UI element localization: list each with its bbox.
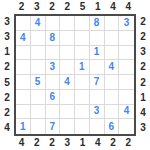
cell-r4c1[interactable] bbox=[16, 60, 31, 75]
cell-r5c5[interactable] bbox=[75, 75, 90, 90]
cell-r5c1[interactable] bbox=[16, 75, 31, 90]
cell-r3c2[interactable] bbox=[31, 46, 46, 61]
clue-right-row7: 4 bbox=[136, 106, 150, 121]
clue-top-col4: 2 bbox=[60, 0, 75, 14]
clue-bottom-col4: 3 bbox=[60, 136, 75, 150]
clue-bottom-col7: 2 bbox=[106, 136, 121, 150]
clue-left-row4: 2 bbox=[0, 60, 14, 75]
cell-r8c4[interactable] bbox=[60, 119, 75, 134]
cell-r1c7[interactable] bbox=[105, 16, 120, 31]
clue-bottom-col6: 4 bbox=[90, 136, 105, 150]
cell-r3c6[interactable]: 1 bbox=[90, 46, 105, 61]
cell-r7c2[interactable] bbox=[31, 105, 46, 120]
cell-r3c8[interactable] bbox=[119, 46, 134, 61]
cell-r8c5[interactable] bbox=[75, 119, 90, 134]
cell-r6c7[interactable] bbox=[105, 90, 120, 105]
cell-r2c2[interactable] bbox=[31, 31, 46, 46]
clue-left-row1: 3 bbox=[0, 14, 14, 29]
cell-r5c8[interactable] bbox=[119, 75, 134, 90]
clue-left-row5: 5 bbox=[0, 75, 14, 90]
cell-r4c4[interactable] bbox=[60, 60, 75, 75]
cell-r5c6[interactable]: 7 bbox=[90, 75, 105, 90]
clue-top-col6: 1 bbox=[90, 0, 105, 14]
clue-right-row4: 2 bbox=[136, 60, 150, 75]
cell-r5c7[interactable] bbox=[105, 75, 120, 90]
cell-r2c4[interactable] bbox=[60, 31, 75, 46]
clue-bottom-col8: 2 bbox=[121, 136, 136, 150]
clue-right-row6: 1 bbox=[136, 90, 150, 105]
cell-r4c3[interactable]: 3 bbox=[46, 60, 61, 75]
cell-r7c6[interactable]: 3 bbox=[90, 105, 105, 120]
cell-r6c3[interactable]: 6 bbox=[46, 90, 61, 105]
clue-bottom-col3: 2 bbox=[45, 136, 60, 150]
clue-left-row6: 2 bbox=[0, 90, 14, 105]
clue-left-row3: 1 bbox=[0, 45, 14, 60]
cell-r1c3[interactable] bbox=[46, 16, 61, 31]
cell-r1c1[interactable] bbox=[16, 16, 31, 31]
cell-r7c5[interactable] bbox=[75, 105, 90, 120]
cell-r8c8[interactable] bbox=[119, 119, 134, 134]
clue-bottom-col1: 4 bbox=[14, 136, 29, 150]
cell-r6c1[interactable] bbox=[16, 90, 31, 105]
cell-r2c1[interactable]: 4 bbox=[16, 31, 31, 46]
clue-top-col5: 5 bbox=[75, 0, 90, 14]
cell-r1c6[interactable]: 8 bbox=[90, 16, 105, 31]
cell-r1c2[interactable]: 4 bbox=[31, 16, 46, 31]
cell-r4c7[interactable]: 4 bbox=[105, 60, 120, 75]
clue-right-row3: 3 bbox=[136, 45, 150, 60]
clue-right-row1: 2 bbox=[136, 14, 150, 29]
cell-r2c7[interactable] bbox=[105, 31, 120, 46]
cell-r1c5[interactable] bbox=[75, 16, 90, 31]
cell-r1c4[interactable] bbox=[60, 16, 75, 31]
skyscrapers-puzzle: 483481314547634176 243232322213232251521… bbox=[0, 0, 150, 150]
cell-r7c8[interactable]: 4 bbox=[119, 105, 134, 120]
cell-r2c3[interactable]: 8 bbox=[46, 31, 61, 46]
cell-r7c3[interactable] bbox=[46, 105, 61, 120]
cell-r4c5[interactable]: 1 bbox=[75, 60, 90, 75]
cell-r8c6[interactable] bbox=[90, 119, 105, 134]
clue-bottom-col5: 1 bbox=[75, 136, 90, 150]
cell-r2c6[interactable] bbox=[90, 31, 105, 46]
cell-r3c4[interactable] bbox=[60, 46, 75, 61]
cell-r5c4[interactable]: 4 bbox=[60, 75, 75, 90]
skyscrapers-board: 483481314547634176 bbox=[14, 14, 136, 136]
cell-r3c3[interactable] bbox=[46, 46, 61, 61]
cell-r3c1[interactable] bbox=[16, 46, 31, 61]
cell-r6c2[interactable] bbox=[31, 90, 46, 105]
clue-right-row8: 3 bbox=[136, 121, 150, 136]
clue-top-col3: 2 bbox=[45, 0, 60, 14]
clue-left-row8: 4 bbox=[0, 121, 14, 136]
clue-top-col7: 4 bbox=[106, 0, 121, 14]
cell-r8c3[interactable]: 7 bbox=[46, 119, 61, 134]
cell-r6c5[interactable] bbox=[75, 90, 90, 105]
clue-right-row2: 2 bbox=[136, 29, 150, 44]
cell-r6c4[interactable] bbox=[60, 90, 75, 105]
cell-r2c5[interactable] bbox=[75, 31, 90, 46]
clue-top-col2: 3 bbox=[29, 0, 44, 14]
clue-top-col1: 2 bbox=[14, 0, 29, 14]
cell-r1c8[interactable]: 3 bbox=[119, 16, 134, 31]
cell-r4c6[interactable] bbox=[90, 60, 105, 75]
cell-r8c7[interactable]: 6 bbox=[105, 119, 120, 134]
clue-bottom-col2: 2 bbox=[29, 136, 44, 150]
cell-r6c6[interactable] bbox=[90, 90, 105, 105]
cell-r4c2[interactable] bbox=[31, 60, 46, 75]
cell-r5c2[interactable]: 5 bbox=[31, 75, 46, 90]
cell-r6c8[interactable] bbox=[119, 90, 134, 105]
cell-r2c8[interactable] bbox=[119, 31, 134, 46]
clue-left-row2: 3 bbox=[0, 29, 14, 44]
cell-r5c3[interactable] bbox=[46, 75, 61, 90]
cell-r3c7[interactable] bbox=[105, 46, 120, 61]
clue-top-col8: 4 bbox=[121, 0, 136, 14]
cell-r4c8[interactable] bbox=[119, 60, 134, 75]
clue-left-row7: 2 bbox=[0, 106, 14, 121]
cell-r8c1[interactable]: 1 bbox=[16, 119, 31, 134]
cell-r7c7[interactable] bbox=[105, 105, 120, 120]
clue-right-row5: 2 bbox=[136, 75, 150, 90]
cell-r8c2[interactable] bbox=[31, 119, 46, 134]
cell-r7c4[interactable] bbox=[60, 105, 75, 120]
cell-r3c5[interactable] bbox=[75, 46, 90, 61]
cell-r7c1[interactable] bbox=[16, 105, 31, 120]
